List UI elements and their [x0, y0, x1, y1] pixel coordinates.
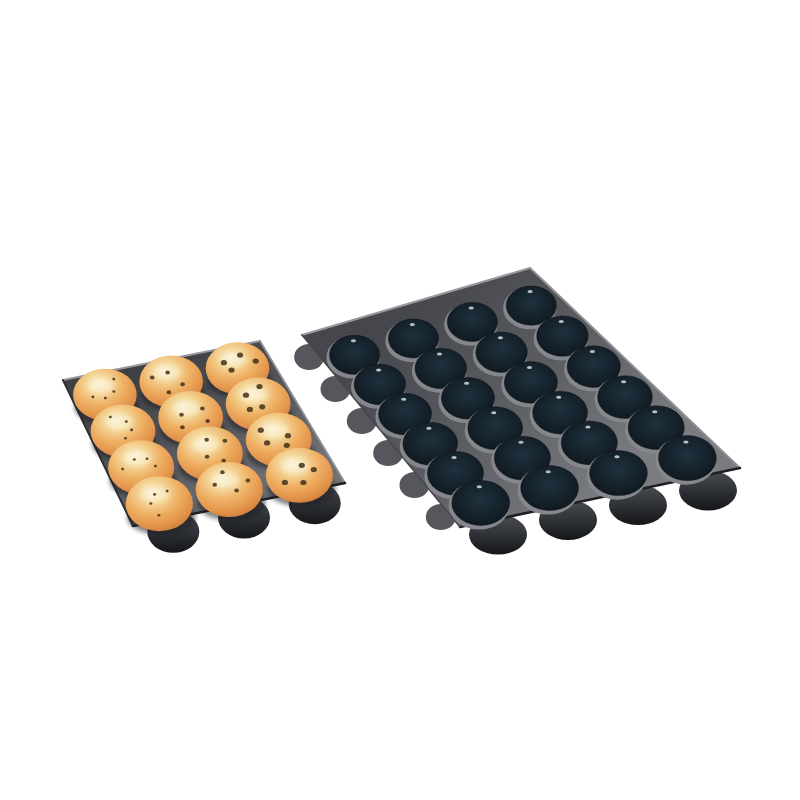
empty-muffin-tray — [294, 268, 740, 555]
filled-muffin-tray — [63, 341, 345, 553]
product-image — [0, 0, 800, 800]
scene-svg — [0, 0, 800, 800]
